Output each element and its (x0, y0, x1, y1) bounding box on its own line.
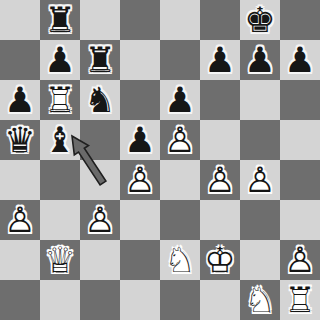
piece-glyph: ♛ (0, 120, 40, 160)
piece-glyph: ♜ (40, 0, 80, 40)
piece-glyph: ♟ (200, 40, 240, 80)
piece-glyph: ♟ (280, 40, 320, 80)
square-e8[interactable] (160, 0, 200, 40)
white-rook-piece[interactable]: ♜♖ (40, 80, 80, 120)
square-f3[interactable] (200, 200, 240, 240)
piece-outline-glyph: ♘ (160, 240, 200, 280)
square-b7[interactable]: ♟ (40, 40, 80, 80)
black-pawn-piece[interactable]: ♟ (240, 40, 280, 80)
black-pawn-piece[interactable]: ♟ (0, 80, 40, 120)
square-d2[interactable] (120, 240, 160, 280)
piece-glyph: ♟ (160, 80, 200, 120)
square-e6[interactable]: ♟ (160, 80, 200, 120)
square-a3[interactable]: ♟♙ (0, 200, 40, 240)
white-knight-piece[interactable]: ♞♘ (240, 280, 280, 320)
piece-outline-glyph: ♘ (240, 280, 280, 320)
white-pawn-piece[interactable]: ♟♙ (120, 160, 160, 200)
piece-glyph: ♟ (40, 40, 80, 80)
square-d6[interactable] (120, 80, 160, 120)
black-rook-piece[interactable]: ♜ (80, 40, 120, 80)
square-f1[interactable] (200, 280, 240, 320)
square-c4[interactable] (80, 160, 120, 200)
square-a6[interactable]: ♟ (0, 80, 40, 120)
square-c8[interactable] (80, 0, 120, 40)
square-a8[interactable] (0, 0, 40, 40)
square-h3[interactable] (280, 200, 320, 240)
square-h7[interactable]: ♟ (280, 40, 320, 80)
piece-outline-glyph: ♖ (40, 80, 80, 120)
chess-board: ♜♚♟♜♟♟♟♟♜♖♞♟♛♝♟♟♙♟♙♟♙♟♙♟♙♟♙♛♕♞♘♚♔♟♙♞♘♜♖ (0, 0, 320, 320)
white-pawn-piece[interactable]: ♟♙ (0, 200, 40, 240)
square-f8[interactable] (200, 0, 240, 40)
square-h6[interactable] (280, 80, 320, 120)
square-f5[interactable] (200, 120, 240, 160)
square-b6[interactable]: ♜♖ (40, 80, 80, 120)
square-g2[interactable] (240, 240, 280, 280)
piece-outline-glyph: ♙ (160, 120, 200, 160)
square-a4[interactable] (0, 160, 40, 200)
square-g1[interactable]: ♞♘ (240, 280, 280, 320)
piece-outline-glyph: ♙ (200, 160, 240, 200)
piece-outline-glyph: ♖ (280, 280, 320, 320)
white-rook-piece[interactable]: ♜♖ (280, 280, 320, 320)
black-pawn-piece[interactable]: ♟ (200, 40, 240, 80)
piece-outline-glyph: ♔ (200, 240, 240, 280)
piece-outline-glyph: ♙ (240, 160, 280, 200)
square-f7[interactable]: ♟ (200, 40, 240, 80)
white-pawn-piece[interactable]: ♟♙ (160, 120, 200, 160)
square-h8[interactable] (280, 0, 320, 40)
square-c6[interactable]: ♞ (80, 80, 120, 120)
square-b4[interactable] (40, 160, 80, 200)
square-c5[interactable] (80, 120, 120, 160)
white-king-piece[interactable]: ♚♔ (200, 240, 240, 280)
square-e3[interactable] (160, 200, 200, 240)
square-c3[interactable]: ♟♙ (80, 200, 120, 240)
square-e5[interactable]: ♟♙ (160, 120, 200, 160)
square-b8[interactable]: ♜ (40, 0, 80, 40)
square-h1[interactable]: ♜♖ (280, 280, 320, 320)
black-pawn-piece[interactable]: ♟ (120, 120, 160, 160)
black-pawn-piece[interactable]: ♟ (160, 80, 200, 120)
square-e1[interactable] (160, 280, 200, 320)
square-d5[interactable]: ♟ (120, 120, 160, 160)
square-b1[interactable] (40, 280, 80, 320)
piece-outline-glyph: ♕ (40, 240, 80, 280)
square-h5[interactable] (280, 120, 320, 160)
piece-glyph: ♟ (120, 120, 160, 160)
black-knight-piece[interactable]: ♞ (80, 80, 120, 120)
piece-outline-glyph: ♙ (80, 200, 120, 240)
black-king-piece[interactable]: ♚ (240, 0, 280, 40)
piece-outline-glyph: ♙ (120, 160, 160, 200)
square-a2[interactable] (0, 240, 40, 280)
piece-outline-glyph: ♙ (280, 240, 320, 280)
square-a1[interactable] (0, 280, 40, 320)
white-pawn-piece[interactable]: ♟♙ (80, 200, 120, 240)
black-rook-piece[interactable]: ♜ (40, 0, 80, 40)
square-d4[interactable]: ♟♙ (120, 160, 160, 200)
square-c1[interactable] (80, 280, 120, 320)
square-g8[interactable]: ♚ (240, 0, 280, 40)
square-a5[interactable]: ♛ (0, 120, 40, 160)
square-e2[interactable]: ♞♘ (160, 240, 200, 280)
square-b2[interactable]: ♛♕ (40, 240, 80, 280)
black-pawn-piece[interactable]: ♟ (280, 40, 320, 80)
square-d1[interactable] (120, 280, 160, 320)
square-g4[interactable]: ♟♙ (240, 160, 280, 200)
piece-glyph: ♟ (240, 40, 280, 80)
square-e4[interactable] (160, 160, 200, 200)
white-pawn-piece[interactable]: ♟♙ (240, 160, 280, 200)
white-knight-piece[interactable]: ♞♘ (160, 240, 200, 280)
square-b5[interactable]: ♝ (40, 120, 80, 160)
square-d3[interactable] (120, 200, 160, 240)
white-pawn-piece[interactable]: ♟♙ (200, 160, 240, 200)
square-d8[interactable] (120, 0, 160, 40)
black-pawn-piece[interactable]: ♟ (40, 40, 80, 80)
square-a7[interactable] (0, 40, 40, 80)
piece-glyph: ♚ (240, 0, 280, 40)
square-c7[interactable]: ♜ (80, 40, 120, 80)
white-queen-piece[interactable]: ♛♕ (40, 240, 80, 280)
square-g6[interactable] (240, 80, 280, 120)
square-d7[interactable] (120, 40, 160, 80)
chess-board-container: ♜♚♟♜♟♟♟♟♜♖♞♟♛♝♟♟♙♟♙♟♙♟♙♟♙♟♙♛♕♞♘♚♔♟♙♞♘♜♖ (0, 0, 320, 320)
square-h4[interactable] (280, 160, 320, 200)
piece-glyph: ♜ (80, 40, 120, 80)
black-bishop-piece[interactable]: ♝ (40, 120, 80, 160)
square-f6[interactable] (200, 80, 240, 120)
piece-glyph: ♝ (40, 120, 80, 160)
square-e7[interactable] (160, 40, 200, 80)
square-b3[interactable] (40, 200, 80, 240)
square-c2[interactable] (80, 240, 120, 280)
piece-glyph: ♟ (0, 80, 40, 120)
square-g7[interactable]: ♟ (240, 40, 280, 80)
black-queen-piece[interactable]: ♛ (0, 120, 40, 160)
piece-glyph: ♞ (80, 80, 120, 120)
square-g5[interactable] (240, 120, 280, 160)
piece-outline-glyph: ♙ (0, 200, 40, 240)
square-g3[interactable] (240, 200, 280, 240)
square-h2[interactable]: ♟♙ (280, 240, 320, 280)
square-f2[interactable]: ♚♔ (200, 240, 240, 280)
white-pawn-piece[interactable]: ♟♙ (280, 240, 320, 280)
square-f4[interactable]: ♟♙ (200, 160, 240, 200)
